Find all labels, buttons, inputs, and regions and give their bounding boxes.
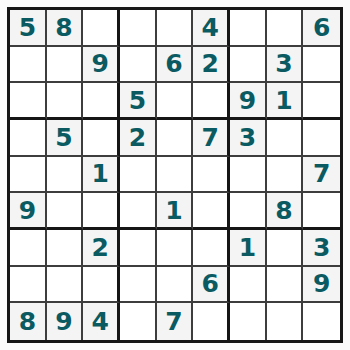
sudoku-cell-r6c3[interactable] — [83, 193, 120, 230]
sudoku-cell-r7c4[interactable] — [120, 230, 157, 267]
sudoku-cell-r8c8[interactable] — [267, 267, 304, 304]
sudoku-cell-r5c6[interactable] — [193, 157, 230, 194]
sudoku-cell-r1c7[interactable] — [230, 10, 267, 47]
sudoku-cell-r7c7: 1 — [230, 230, 267, 267]
sudoku-cell-r8c5[interactable] — [157, 267, 194, 304]
page: { "game": "sudoku", "position": "58...4.… — [0, 0, 350, 350]
sudoku-cell-r3c1[interactable] — [10, 83, 47, 120]
sudoku-cell-r3c9[interactable] — [303, 83, 340, 120]
sudoku-cell-r1c5[interactable] — [157, 10, 194, 47]
sudoku-cell-r3c3[interactable] — [83, 83, 120, 120]
sudoku-cell-r8c1[interactable] — [10, 267, 47, 304]
sudoku-cell-r7c6[interactable] — [193, 230, 230, 267]
sudoku-cell-r4c9[interactable] — [303, 120, 340, 157]
sudoku-cell-r7c8[interactable] — [267, 230, 304, 267]
sudoku-cell-r9c2: 9 — [47, 303, 84, 340]
sudoku-cell-r3c6[interactable] — [193, 83, 230, 120]
sudoku-cell-r7c9: 3 — [303, 230, 340, 267]
sudoku-cell-r2c6: 2 — [193, 47, 230, 84]
sudoku-cell-r1c1: 5 — [10, 10, 47, 47]
sudoku-cell-r6c6[interactable] — [193, 193, 230, 230]
sudoku-cell-r9c1: 8 — [10, 303, 47, 340]
sudoku-cell-r6c5: 1 — [157, 193, 194, 230]
sudoku-cell-r5c1[interactable] — [10, 157, 47, 194]
sudoku-cell-r7c1[interactable] — [10, 230, 47, 267]
sudoku-cell-r4c4: 2 — [120, 120, 157, 157]
sudoku-cell-r4c3[interactable] — [83, 120, 120, 157]
sudoku-cell-r1c9: 6 — [303, 10, 340, 47]
sudoku-cell-r6c9[interactable] — [303, 193, 340, 230]
sudoku-cell-r8c4[interactable] — [120, 267, 157, 304]
sudoku-cell-r7c3: 2 — [83, 230, 120, 267]
sudoku-cell-r2c4[interactable] — [120, 47, 157, 84]
sudoku-cell-r9c8[interactable] — [267, 303, 304, 340]
sudoku-cell-r9c5: 7 — [157, 303, 194, 340]
sudoku-cell-r6c1: 9 — [10, 193, 47, 230]
sudoku-cell-r6c8: 8 — [267, 193, 304, 230]
sudoku-cell-r3c8: 1 — [267, 83, 304, 120]
sudoku-cell-r9c4[interactable] — [120, 303, 157, 340]
sudoku-cell-r9c6[interactable] — [193, 303, 230, 340]
sudoku-cell-r1c8[interactable] — [267, 10, 304, 47]
sudoku-cell-r3c4: 5 — [120, 83, 157, 120]
sudoku-cell-r3c2[interactable] — [47, 83, 84, 120]
sudoku-cell-r1c3[interactable] — [83, 10, 120, 47]
sudoku-cell-r4c8[interactable] — [267, 120, 304, 157]
sudoku-cell-r5c4[interactable] — [120, 157, 157, 194]
sudoku-cell-r2c3: 9 — [83, 47, 120, 84]
sudoku-cell-r1c2: 8 — [47, 10, 84, 47]
sudoku-cell-r6c2[interactable] — [47, 193, 84, 230]
sudoku-cell-r8c2[interactable] — [47, 267, 84, 304]
sudoku-cell-r3c5[interactable] — [157, 83, 194, 120]
sudoku-cell-r8c6: 6 — [193, 267, 230, 304]
sudoku-cell-r4c1[interactable] — [10, 120, 47, 157]
sudoku-cell-r2c2[interactable] — [47, 47, 84, 84]
sudoku-cell-r8c9: 9 — [303, 267, 340, 304]
sudoku-cell-r5c2[interactable] — [47, 157, 84, 194]
sudoku-cell-r2c7[interactable] — [230, 47, 267, 84]
sudoku-cell-r2c9[interactable] — [303, 47, 340, 84]
sudoku-cell-r9c3: 4 — [83, 303, 120, 340]
sudoku-cell-r2c5: 6 — [157, 47, 194, 84]
sudoku-cell-r5c3: 1 — [83, 157, 120, 194]
sudoku-cell-r4c5[interactable] — [157, 120, 194, 157]
sudoku-cell-r7c5[interactable] — [157, 230, 194, 267]
sudoku-board: 58469623591527317918213698947 — [7, 7, 343, 343]
sudoku-cell-r9c9[interactable] — [303, 303, 340, 340]
sudoku-cell-r8c7[interactable] — [230, 267, 267, 304]
sudoku-cell-r2c1[interactable] — [10, 47, 47, 84]
sudoku-cell-r4c7: 3 — [230, 120, 267, 157]
sudoku-cell-r1c6: 4 — [193, 10, 230, 47]
sudoku-cell-r1c4[interactable] — [120, 10, 157, 47]
sudoku-cell-r5c8[interactable] — [267, 157, 304, 194]
sudoku-cell-r6c4[interactable] — [120, 193, 157, 230]
sudoku-cell-r5c9: 7 — [303, 157, 340, 194]
sudoku-cell-r3c7: 9 — [230, 83, 267, 120]
sudoku-cell-r4c6: 7 — [193, 120, 230, 157]
sudoku-cell-r5c7[interactable] — [230, 157, 267, 194]
sudoku-cell-r6c7[interactable] — [230, 193, 267, 230]
sudoku-cell-r2c8: 3 — [267, 47, 304, 84]
sudoku-cell-r9c7[interactable] — [230, 303, 267, 340]
sudoku-cell-r7c2[interactable] — [47, 230, 84, 267]
sudoku-cell-r8c3[interactable] — [83, 267, 120, 304]
sudoku-cell-r5c5[interactable] — [157, 157, 194, 194]
sudoku-cell-r4c2: 5 — [47, 120, 84, 157]
